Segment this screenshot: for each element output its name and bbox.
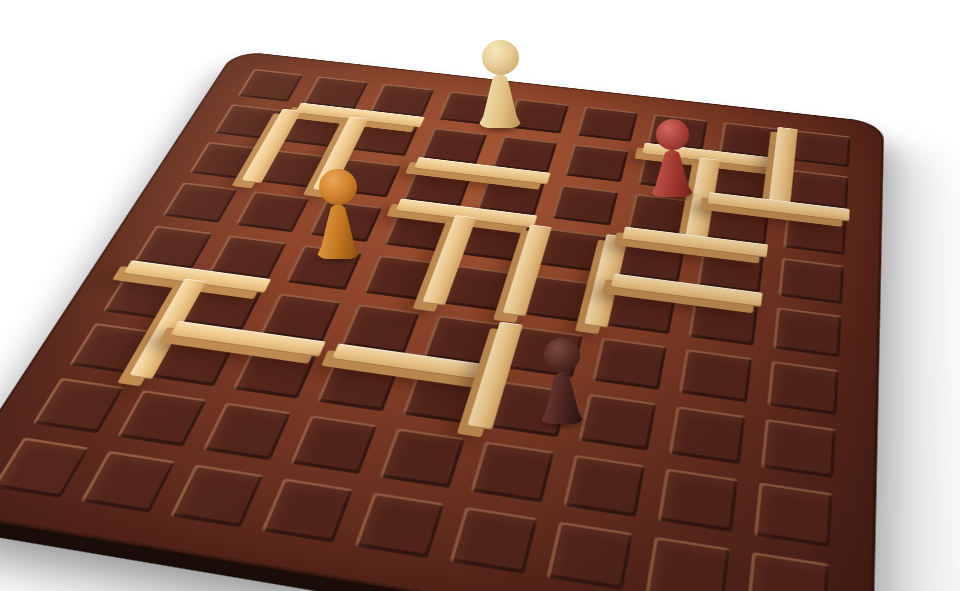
pawn-body xyxy=(540,371,584,424)
board-cell[interactable] xyxy=(669,406,746,464)
board-cell[interactable] xyxy=(117,390,207,447)
board-cell[interactable] xyxy=(576,106,638,141)
board-cell[interactable] xyxy=(552,185,619,226)
board-cell[interactable] xyxy=(679,349,752,402)
board-cell[interactable] xyxy=(162,182,237,223)
board-cell[interactable] xyxy=(170,464,264,527)
board-cell[interactable] xyxy=(754,482,833,547)
board-cell[interactable] xyxy=(778,258,844,304)
pawn-head xyxy=(482,40,519,75)
pawn-body xyxy=(478,73,522,128)
board-cell[interactable] xyxy=(290,415,377,474)
board-cell[interactable] xyxy=(746,552,829,591)
pawn-head xyxy=(656,119,689,150)
pawn-head xyxy=(544,338,580,372)
board-cell[interactable] xyxy=(645,537,730,591)
board-cell[interactable] xyxy=(792,130,851,167)
board-cell[interactable] xyxy=(0,437,89,498)
board-cell[interactable] xyxy=(235,191,309,232)
board-cell[interactable] xyxy=(592,338,667,390)
board-cell[interactable] xyxy=(563,455,645,517)
pawn-orange[interactable] xyxy=(316,169,360,259)
board-scene xyxy=(0,50,884,591)
board-cell[interactable] xyxy=(546,522,633,590)
board-cell[interactable] xyxy=(658,468,738,532)
board-cell[interactable] xyxy=(33,378,124,434)
board-cell[interactable] xyxy=(564,144,628,182)
board-cell[interactable] xyxy=(578,394,656,451)
board-cell[interactable] xyxy=(470,441,554,502)
quoridor-photo xyxy=(0,0,960,591)
pawn-body xyxy=(316,203,360,259)
pawn-light[interactable] xyxy=(478,40,522,128)
board-cell[interactable] xyxy=(379,428,465,488)
board-cell[interactable] xyxy=(237,69,303,102)
pawn-red[interactable] xyxy=(650,119,694,197)
quoridor-board xyxy=(0,50,884,591)
board-cell[interactable] xyxy=(80,451,175,513)
board-cell[interactable] xyxy=(761,419,836,478)
board-cell[interactable] xyxy=(203,402,292,460)
pawn-dark[interactable] xyxy=(540,338,584,424)
board-cell[interactable] xyxy=(449,507,537,574)
board-cell[interactable] xyxy=(261,478,353,542)
pawn-head xyxy=(319,169,357,205)
board-cell[interactable] xyxy=(773,307,842,357)
board-cell[interactable] xyxy=(767,361,839,415)
board-cell[interactable] xyxy=(354,492,444,558)
pawn-body xyxy=(650,149,694,197)
